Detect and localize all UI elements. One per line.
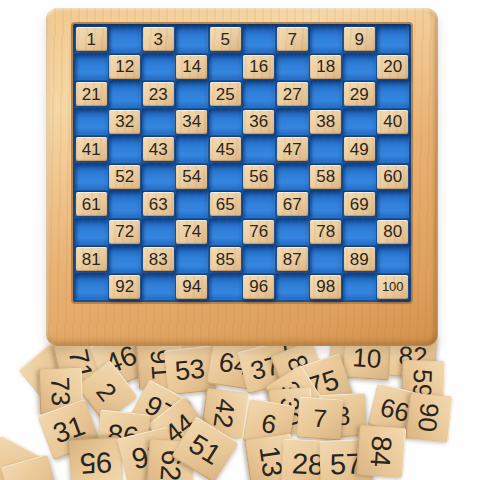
board-cell-r10c5 [209, 274, 242, 301]
board-cell-r9c4 [176, 246, 209, 273]
board-cell-r2c2: 12 [109, 54, 142, 81]
board-tile-23[interactable]: 23 [143, 82, 174, 106]
board-tile-87[interactable]: 87 [277, 247, 308, 271]
board-cell-r2c1 [75, 54, 108, 81]
board-tile-7[interactable]: 7 [277, 27, 308, 51]
board-cell-r6c7 [276, 164, 309, 191]
board-cell-r6c4: 54 [176, 164, 209, 191]
board-tile-80[interactable]: 80 [377, 220, 408, 244]
board-cell-r4c3 [142, 109, 175, 136]
board-tile-85[interactable]: 85 [210, 247, 241, 271]
board-cell-r5c6 [243, 136, 276, 163]
board-tile-56[interactable]: 56 [243, 165, 274, 189]
board-cell-r2c7 [276, 54, 309, 81]
board-cell-r5c3: 43 [142, 136, 175, 163]
board-tile-43[interactable]: 43 [143, 137, 174, 161]
board-tile-67[interactable]: 67 [277, 192, 308, 216]
board-cell-r7c8 [310, 191, 343, 218]
board-cell-r8c2: 72 [109, 219, 142, 246]
board-cell-r3c6 [243, 81, 276, 108]
board-cell-r2c8: 18 [310, 54, 343, 81]
board-tile-98[interactable]: 98 [310, 275, 341, 299]
board-cell-r8c10: 80 [377, 219, 410, 246]
board-cell-r5c8 [310, 136, 343, 163]
board-cell-r4c4: 34 [176, 109, 209, 136]
board-cell-r8c9 [343, 219, 376, 246]
board-tile-14[interactable]: 14 [176, 55, 207, 79]
board-cell-r2c10: 20 [377, 54, 410, 81]
board-tile-36[interactable]: 36 [243, 110, 274, 134]
board-tile-54[interactable]: 54 [176, 165, 207, 189]
board-cell-r1c8 [310, 26, 343, 53]
board-tile-58[interactable]: 58 [310, 165, 341, 189]
board-panel: 1357912141618202123252729323436384041434… [73, 24, 411, 302]
board-cell-r7c4 [176, 191, 209, 218]
hundred-board: 1357912141618202123252729323436384041434… [46, 8, 438, 346]
board-tile-52[interactable]: 52 [109, 165, 140, 189]
board-cell-r5c4 [176, 136, 209, 163]
board-cell-r3c2 [109, 81, 142, 108]
board-cell-r7c9: 69 [343, 191, 376, 218]
board-cell-r1c7: 7 [276, 26, 309, 53]
board-tile-34[interactable]: 34 [176, 110, 207, 134]
board-tile-96[interactable]: 96 [243, 275, 274, 299]
board-cell-r8c7 [276, 219, 309, 246]
board-cell-r2c5 [209, 54, 242, 81]
board-tile-21[interactable]: 21 [76, 82, 107, 106]
board-cell-r1c1: 1 [75, 26, 108, 53]
loose-tile-7[interactable]: 7 [297, 397, 344, 441]
board-cell-r10c7 [276, 274, 309, 301]
board-tile-60[interactable]: 60 [377, 165, 408, 189]
board-cell-r6c10: 60 [377, 164, 410, 191]
board-cell-r6c8: 58 [310, 164, 343, 191]
board-tile-41[interactable]: 41 [76, 137, 107, 161]
board-tile-12[interactable]: 12 [109, 55, 140, 79]
board-cell-r6c1 [75, 164, 108, 191]
board-cell-r7c2 [109, 191, 142, 218]
board-cell-r1c9: 9 [343, 26, 376, 53]
board-tile-49[interactable]: 49 [344, 137, 375, 161]
board-cell-r9c8 [310, 246, 343, 273]
board-tile-5[interactable]: 5 [210, 27, 241, 51]
board-cell-r4c5 [209, 109, 242, 136]
board-cell-r7c3: 63 [142, 191, 175, 218]
board-cell-r7c1: 61 [75, 191, 108, 218]
loose-tile-95[interactable]: 95 [69, 437, 123, 480]
board-cell-r9c3: 83 [142, 246, 175, 273]
board-cell-r1c5: 5 [209, 26, 242, 53]
board-cell-r6c5 [209, 164, 242, 191]
board-cell-r9c6 [243, 246, 276, 273]
board-cell-r6c3 [142, 164, 175, 191]
board-cell-r4c6: 36 [243, 109, 276, 136]
board-tile-61[interactable]: 61 [76, 192, 107, 216]
board-tile-83[interactable]: 83 [143, 247, 174, 271]
board-tile-72[interactable]: 72 [109, 220, 140, 244]
board-cell-r4c9 [343, 109, 376, 136]
board-cell-r10c3 [142, 274, 175, 301]
board-cell-r4c2: 32 [109, 109, 142, 136]
loose-tile-84[interactable]: 84 [356, 425, 406, 478]
board-cell-r3c10 [377, 81, 410, 108]
board-tile-94[interactable]: 94 [176, 275, 207, 299]
loose-tile-90[interactable]: 90 [405, 392, 453, 442]
board-tile-74[interactable]: 74 [176, 220, 207, 244]
board-cell-r1c6 [243, 26, 276, 53]
board-cell-r10c6: 96 [243, 274, 276, 301]
board-cell-r4c7 [276, 109, 309, 136]
board-tile-1[interactable]: 1 [76, 27, 107, 51]
board-cell-r3c5: 25 [209, 81, 242, 108]
board-tile-45[interactable]: 45 [210, 137, 241, 161]
board-cell-r5c9: 49 [343, 136, 376, 163]
board-cell-r3c1: 21 [75, 81, 108, 108]
board-tile-38[interactable]: 38 [310, 110, 341, 134]
board-cell-r5c7: 47 [276, 136, 309, 163]
board-cell-r8c4: 74 [176, 219, 209, 246]
board-cell-r5c1: 41 [75, 136, 108, 163]
board-cell-r8c6: 76 [243, 219, 276, 246]
board-cell-r4c10: 40 [377, 109, 410, 136]
board-cell-r10c4: 94 [176, 274, 209, 301]
board-cell-r9c1: 81 [75, 246, 108, 273]
board-tile-32[interactable]: 32 [109, 110, 140, 134]
board-tile-40[interactable]: 40 [377, 110, 408, 134]
board-tile-25[interactable]: 25 [210, 82, 241, 106]
board-tile-89[interactable]: 89 [344, 247, 375, 271]
board-cell-r5c10 [377, 136, 410, 163]
board-cell-r1c3: 3 [142, 26, 175, 53]
board-tile-92[interactable]: 92 [109, 275, 140, 299]
board-cell-r2c6: 16 [243, 54, 276, 81]
board-tile-18[interactable]: 18 [310, 55, 341, 79]
board-tile-65[interactable]: 65 [210, 192, 241, 216]
board-cell-r3c7: 27 [276, 81, 309, 108]
board-cell-r8c3 [142, 219, 175, 246]
board-cell-r1c10 [377, 26, 410, 53]
board-cell-r9c2 [109, 246, 142, 273]
board-tile-100[interactable]: 100 [377, 275, 408, 299]
board-cell-r7c7: 67 [276, 191, 309, 218]
board-cell-r6c9 [343, 164, 376, 191]
board-tile-27[interactable]: 27 [277, 82, 308, 106]
board-tile-81[interactable]: 81 [76, 247, 107, 271]
board-cell-r4c8: 38 [310, 109, 343, 136]
board-tile-76[interactable]: 76 [243, 220, 274, 244]
board-cell-r10c9 [343, 274, 376, 301]
board-tile-16[interactable]: 16 [243, 55, 274, 79]
board-cell-r8c8: 78 [310, 219, 343, 246]
board-tile-3[interactable]: 3 [143, 27, 174, 51]
board-cell-r10c10: 100 [377, 274, 410, 301]
board-cell-r8c5 [209, 219, 242, 246]
board-cell-r8c1 [75, 219, 108, 246]
board-cell-r2c3 [142, 54, 175, 81]
board-tile-78[interactable]: 78 [310, 220, 341, 244]
board-cell-r3c9: 29 [343, 81, 376, 108]
board-cell-r3c8 [310, 81, 343, 108]
board-cell-r9c9: 89 [343, 246, 376, 273]
board-tile-69[interactable]: 69 [344, 192, 375, 216]
board-cell-r1c4 [176, 26, 209, 53]
board-cell-r3c3: 23 [142, 81, 175, 108]
board-cell-r4c1 [75, 109, 108, 136]
board-cell-r9c5: 85 [209, 246, 242, 273]
board-cell-r7c6 [243, 191, 276, 218]
board-cell-r6c6: 56 [243, 164, 276, 191]
board-cell-r1c2 [109, 26, 142, 53]
board-cell-r2c4: 14 [176, 54, 209, 81]
board-cell-r5c5: 45 [209, 136, 242, 163]
board-tile-20[interactable]: 20 [377, 55, 408, 79]
board-cell-r7c5: 65 [209, 191, 242, 218]
board-cell-r5c2 [109, 136, 142, 163]
board-cell-r6c2: 52 [109, 164, 142, 191]
board-cell-r10c1 [75, 274, 108, 301]
board-tile-29[interactable]: 29 [344, 82, 375, 106]
board-tile-63[interactable]: 63 [143, 192, 174, 216]
board-tile-9[interactable]: 9 [344, 27, 375, 51]
board-cell-r9c7: 87 [276, 246, 309, 273]
board-cell-r3c4 [176, 81, 209, 108]
board-cell-r2c9 [343, 54, 376, 81]
board-cell-r10c8: 98 [310, 274, 343, 301]
board-cell-r7c10 [377, 191, 410, 218]
board-cell-r9c10 [377, 246, 410, 273]
board-tile-47[interactable]: 47 [277, 137, 308, 161]
board-cell-r10c2: 92 [109, 274, 142, 301]
